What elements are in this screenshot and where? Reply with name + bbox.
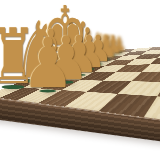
- king-glyph: ♚: [42, 4, 88, 72]
- rook-glyph: ♜: [0, 27, 36, 88]
- pawn-glyph: ♟: [94, 34, 118, 59]
- piece-felt-base-b2: [110, 54, 116, 56]
- piece-felt-base-h2: [39, 89, 56, 92]
- chess-piece-white-rook-a1: ♜: [96, 35, 117, 53]
- chess-piece-white-queen-d1: ♛: [50, 18, 104, 66]
- pawn-glyph: ♟: [111, 36, 126, 52]
- piece-felt-base-a2: [116, 51, 122, 53]
- chess-piece-white-pawn-b2: ♟: [102, 35, 124, 55]
- piece-felt-base-h1: [2, 85, 25, 89]
- bishop-glyph: ♝: [34, 27, 67, 75]
- chess-piece-white-knight-g1: ♞: [2, 19, 72, 81]
- piece-felt-base-d1: [67, 64, 86, 67]
- knight-glyph: ♞: [14, 19, 59, 81]
- chess-piece-white-pawn-c2: ♟: [92, 34, 120, 59]
- chess-piece-white-bishop-f1: ♝: [24, 27, 78, 75]
- chess-piece-white-pawn-a2: ♟: [110, 36, 128, 52]
- chess-piece-white-pawn-f2: ♟: [56, 35, 102, 76]
- piece-felt-base-d2: [93, 63, 102, 65]
- chess-piece-white-knight-b1: ♞: [83, 32, 112, 58]
- bishop-glyph: ♝: [77, 29, 99, 61]
- piece-felt-base-c1: [81, 60, 94, 62]
- chess-piece-white-pawn-e2: ♟: [69, 34, 108, 69]
- pawn-glyph: ♟: [72, 34, 106, 69]
- chess-piece-white-rook-h1: ♜: [0, 27, 47, 88]
- chess-piece-white-pawn-h2: ♟: [17, 36, 79, 91]
- piece-felt-base-c2: [102, 58, 110, 60]
- pieces-layer: ♜♞♝♚♛♝♞♜♟♟♟♟♟♟♟♟: [0, 0, 160, 160]
- queen-glyph: ♛: [60, 18, 93, 66]
- chess-piece-white-pawn-g2: ♟: [39, 34, 93, 82]
- piece-felt-base-e1: [53, 68, 77, 73]
- chess-piece-white-bishop-c1: ♝: [70, 29, 106, 61]
- chess-piece-white-pawn-d2: ♟: [82, 35, 114, 64]
- pawn-glyph: ♟: [22, 36, 75, 91]
- pawn-glyph: ♟: [103, 35, 122, 55]
- piece-felt-base-g1: [25, 79, 49, 83]
- piece-felt-base-f2: [73, 74, 86, 76]
- chess-set-photo: ♜♞♝♚♛♝♞♜♟♟♟♟♟♟♟♟: [0, 0, 160, 160]
- piece-felt-base-e2: [83, 68, 94, 70]
- knight-glyph: ♞: [88, 32, 107, 58]
- piece-felt-base-b1: [92, 56, 102, 58]
- rook-glyph: ♜: [99, 35, 113, 53]
- chess-piece-white-king-e1: ♚: [27, 4, 103, 72]
- piece-felt-base-g2: [58, 81, 73, 84]
- pawn-glyph: ♟: [84, 35, 111, 64]
- piece-felt-base-a1: [103, 52, 110, 54]
- pawn-glyph: ♟: [43, 34, 89, 82]
- piece-felt-base-f1: [41, 73, 61, 76]
- pawn-glyph: ♟: [60, 35, 99, 76]
